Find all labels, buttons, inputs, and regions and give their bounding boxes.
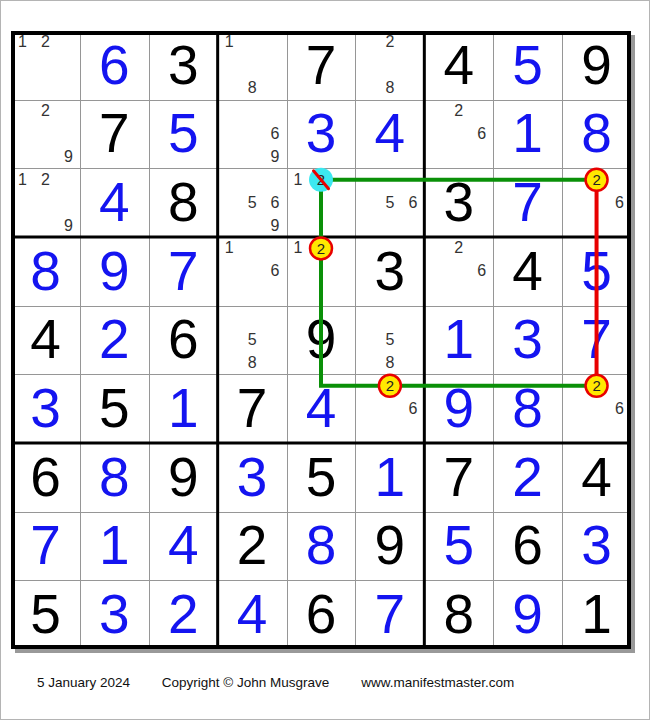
candidate-2: 2 [378,374,401,397]
cell-r5c9[interactable]: 7 [562,306,631,375]
cell-r2c7[interactable]: 26 [424,100,493,169]
cell-r4c4[interactable]: 16 [218,237,287,306]
cell-r2c6[interactable]: 4 [355,100,424,169]
candidate-grid: 12 [11,31,80,100]
solved-digit: 8 [99,450,130,505]
cell-r3c3[interactable]: 8 [149,168,218,237]
candidate-grid: 26 [562,374,631,443]
candidate-grid: 12 [287,237,356,306]
solved-digit: 4 [168,518,199,573]
candidate-grid: 28 [355,31,424,100]
cell-r8c4[interactable]: 2 [218,512,287,581]
solved-digit: 5 [581,244,612,299]
solved-digit: 3 [512,312,543,367]
cell-r6c8[interactable]: 8 [493,374,562,443]
solved-digit: 7 [168,244,199,299]
candidate-2: 2 [310,168,333,191]
solved-digit: 1 [512,106,543,161]
cell-r1c4[interactable]: 18 [218,31,287,100]
cell-r6c5[interactable]: 4 [287,374,356,443]
candidate-grid: 12 [287,168,356,237]
candidate-6: 6 [264,191,287,214]
candidate-1: 1 [11,168,34,191]
candidate-6: 6 [470,123,493,146]
given-digit: 5 [30,587,61,642]
given-digit: 6 [168,312,199,367]
solved-digit: 1 [99,518,130,573]
footer-copyright: Copyright © John Musgrave [162,675,330,690]
given-digit: 2 [237,518,268,573]
cell-r9c3[interactable]: 2 [149,580,218,649]
cell-r6c4[interactable]: 7 [218,374,287,443]
cell-r3c2[interactable]: 4 [80,168,149,237]
given-digit: 7 [99,106,130,161]
cell-r4c1[interactable]: 8 [11,237,80,306]
solved-digit: 4 [375,106,406,161]
solved-digit: 8 [30,244,61,299]
solved-digit: 9 [512,587,543,642]
given-digit: 3 [375,244,406,299]
cell-r7c8[interactable]: 2 [493,443,562,512]
candidate-5: 5 [378,191,401,214]
solved-digit: 8 [512,381,543,436]
solved-digit: 7 [581,312,612,367]
candidate-2: 2 [447,100,470,123]
cell-r2c9[interactable]: 8 [562,100,631,169]
given-digit: 4 [443,38,474,93]
candidate-2: 2 [585,374,608,397]
solved-digit: 6 [99,38,130,93]
candidate-grid: 26 [424,100,493,169]
cell-r5c3[interactable]: 6 [149,306,218,375]
candidate-8: 8 [378,77,401,100]
cell-r1c3[interactable]: 3 [149,31,218,100]
solved-digit: 1 [443,312,474,367]
cell-r4c7[interactable]: 26 [424,237,493,306]
solved-digit: 7 [30,518,61,573]
solved-digit: 4 [237,587,268,642]
given-digit: 7 [237,381,268,436]
candidate-1: 1 [218,31,241,54]
solved-digit: 7 [375,587,406,642]
cell-r3c4[interactable]: 569 [218,168,287,237]
cell-r6c3[interactable]: 1 [149,374,218,443]
cell-r8c7[interactable]: 5 [424,512,493,581]
cell-r2c3[interactable]: 5 [149,100,218,169]
cell-r4c6[interactable]: 3 [355,237,424,306]
footer: 5 January 2024 Copyright © John Musgrave… [37,675,514,690]
candidate-2: 2 [34,31,57,54]
cell-r9c5[interactable]: 6 [287,580,356,649]
candidate-9: 9 [57,214,80,237]
cell-r9c9[interactable]: 1 [562,580,631,649]
cell-r8c9[interactable]: 3 [562,512,631,581]
solved-digit: 2 [168,587,199,642]
solved-digit: 5 [512,38,543,93]
cell-r6c7[interactable]: 9 [424,374,493,443]
candidate-5: 5 [378,329,401,352]
candidate-6: 6 [470,260,493,283]
cell-r1c6[interactable]: 28 [355,31,424,100]
solved-digit: 3 [237,450,268,505]
candidate-2: 2 [34,100,57,123]
candidate-5: 5 [241,191,264,214]
cell-r5c7[interactable]: 1 [424,306,493,375]
cell-r9c1[interactable]: 5 [11,580,80,649]
cell-grid: 1263187284592975693426181294856912563726… [11,31,631,649]
cell-r3c6[interactable]: 56 [355,168,424,237]
candidate-2: 2 [447,237,470,260]
solved-digit: 5 [443,518,474,573]
cell-r4c2[interactable]: 9 [80,237,149,306]
candidate-9: 9 [264,214,287,237]
solved-digit: 5 [168,106,199,161]
solved-digit: 9 [443,381,474,436]
candidate-2: 2 [34,168,57,191]
candidate-2: 2 [310,237,333,260]
cell-r7c5[interactable]: 5 [287,443,356,512]
cell-r1c5[interactable]: 7 [287,31,356,100]
solved-digit: 1 [168,381,199,436]
cell-r3c5[interactable]: 12 [287,168,356,237]
cell-r6c2[interactable]: 5 [80,374,149,443]
cell-r1c7[interactable]: 4 [424,31,493,100]
candidate-1: 1 [11,31,34,54]
given-digit: 9 [581,38,612,93]
solved-digit: 4 [99,175,130,230]
cell-r1c1[interactable]: 12 [11,31,80,100]
given-digit: 9 [168,450,199,505]
solved-digit: 8 [581,106,612,161]
solved-digit: 9 [99,244,130,299]
given-digit: 8 [443,587,474,642]
cell-r7c3[interactable]: 9 [149,443,218,512]
candidate-grid: 56 [355,168,424,237]
given-digit: 9 [306,312,337,367]
cell-r8c3[interactable]: 4 [149,512,218,581]
candidate-grid: 69 [218,100,287,169]
cell-r2c5[interactable]: 3 [287,100,356,169]
cell-r8c6[interactable]: 9 [355,512,424,581]
solved-digit: 2 [99,312,130,367]
footer-date: 5 January 2024 [37,675,130,690]
candidate-1: 1 [287,237,310,260]
candidate-1: 1 [218,237,241,260]
candidate-6: 6 [264,260,287,283]
candidate-grid: 569 [218,168,287,237]
cell-r2c4[interactable]: 69 [218,100,287,169]
solved-digit: 1 [375,450,406,505]
given-digit: 4 [512,244,543,299]
candidate-9: 9 [264,145,287,168]
candidate-6: 6 [401,191,424,214]
candidate-grid: 18 [218,31,287,100]
candidate-grid: 26 [562,168,631,237]
cell-r4c8[interactable]: 4 [493,237,562,306]
cell-r5c6[interactable]: 58 [355,306,424,375]
candidate-grid: 58 [355,306,424,375]
solved-digit: 3 [306,106,337,161]
candidate-9: 9 [57,145,80,168]
candidate-8: 8 [241,351,264,374]
cell-r5c1[interactable]: 4 [11,306,80,375]
sudoku-board: 1263187284592975693426181294856912563726… [11,31,631,649]
solved-digit: 7 [512,175,543,230]
cell-r4c5[interactable]: 12 [287,237,356,306]
given-digit: 5 [306,450,337,505]
given-digit: 9 [375,518,406,573]
cell-r9c2[interactable]: 3 [80,580,149,649]
candidate-8: 8 [378,351,401,374]
candidate-6: 6 [608,397,631,420]
candidate-2: 2 [585,168,608,191]
candidate-6: 6 [401,397,424,420]
given-digit: 6 [306,587,337,642]
cell-r7c4[interactable]: 3 [218,443,287,512]
given-digit: 4 [30,312,61,367]
cell-r6c6[interactable]: 26 [355,374,424,443]
cell-r4c9[interactable]: 5 [562,237,631,306]
candidate-8: 8 [241,77,264,100]
solved-digit: 3 [30,381,61,436]
cell-r8c1[interactable]: 7 [11,512,80,581]
candidate-2: 2 [378,31,401,54]
footer-url: www.manifestmaster.com [361,675,514,690]
cell-r2c8[interactable]: 1 [493,100,562,169]
solved-digit: 3 [99,587,130,642]
candidate-grid: 26 [424,237,493,306]
candidate-1: 1 [287,168,310,191]
solved-digit: 4 [306,381,337,436]
cell-r1c2[interactable]: 6 [80,31,149,100]
candidate-6: 6 [608,191,631,214]
cell-r6c9[interactable]: 26 [562,374,631,443]
given-digit: 5 [99,381,130,436]
solved-digit: 8 [306,518,337,573]
candidate-5: 5 [241,329,264,352]
candidate-grid: 26 [355,374,424,443]
given-digit: 3 [168,38,199,93]
given-digit: 7 [443,450,474,505]
cell-r7c1[interactable]: 6 [11,443,80,512]
given-digit: 6 [512,518,543,573]
cell-r2c2[interactable]: 7 [80,100,149,169]
cell-r9c6[interactable]: 7 [355,580,424,649]
candidate-6: 6 [264,123,287,146]
solved-digit: 3 [581,518,612,573]
cell-r5c8[interactable]: 3 [493,306,562,375]
given-digit: 7 [306,38,337,93]
cell-r2c1[interactable]: 29 [11,100,80,169]
cell-r7c9[interactable]: 4 [562,443,631,512]
cell-r6c1[interactable]: 3 [11,374,80,443]
candidate-grid: 129 [11,168,80,237]
cell-r1c9[interactable]: 9 [562,31,631,100]
cell-r4c3[interactable]: 7 [149,237,218,306]
cell-r3c1[interactable]: 129 [11,168,80,237]
cell-r5c5[interactable]: 9 [287,306,356,375]
cell-r8c2[interactable]: 1 [80,512,149,581]
sudoku-page: 1263187284592975693426181294856912563726… [0,0,650,720]
cell-r7c7[interactable]: 7 [424,443,493,512]
given-digit: 8 [168,175,199,230]
cell-r9c7[interactable]: 8 [424,580,493,649]
cell-r1c8[interactable]: 5 [493,31,562,100]
candidate-grid: 16 [218,237,287,306]
candidate-grid: 29 [11,100,80,169]
cell-r7c2[interactable]: 8 [80,443,149,512]
cell-r9c8[interactable]: 9 [493,580,562,649]
given-digit: 3 [443,175,474,230]
cell-r9c4[interactable]: 4 [218,580,287,649]
cell-r8c8[interactable]: 6 [493,512,562,581]
cell-r7c6[interactable]: 1 [355,443,424,512]
cell-r8c5[interactable]: 8 [287,512,356,581]
cell-r5c2[interactable]: 2 [80,306,149,375]
given-digit: 1 [581,587,612,642]
cell-r3c8[interactable]: 7 [493,168,562,237]
cell-r5c4[interactable]: 58 [218,306,287,375]
solved-digit: 2 [512,450,543,505]
given-digit: 4 [581,450,612,505]
cell-r3c7[interactable]: 3 [424,168,493,237]
cell-r3c9[interactable]: 26 [562,168,631,237]
candidate-grid: 58 [218,306,287,375]
given-digit: 6 [30,450,61,505]
